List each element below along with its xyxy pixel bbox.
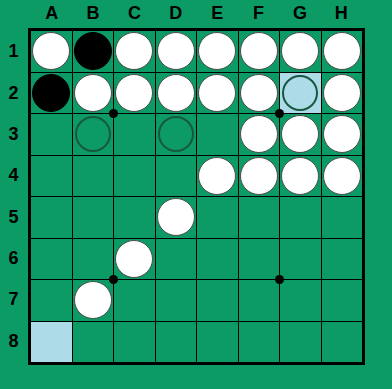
cell-E6[interactable]: [197, 239, 238, 280]
column-label-E: E: [197, 0, 238, 27]
cell-D6[interactable]: [156, 239, 197, 280]
row-label-7: 7: [0, 279, 27, 320]
cell-H4: [322, 156, 363, 197]
cell-B3[interactable]: [73, 114, 114, 155]
row-label-4: 4: [0, 155, 27, 196]
cell-B5[interactable]: [73, 197, 114, 238]
row-label-1: 1: [0, 31, 27, 72]
cell-G8[interactable]: [280, 322, 321, 363]
cell-C2: [114, 73, 155, 114]
star-point-bottom-left: [109, 275, 118, 284]
white-disc-H4: [323, 157, 361, 195]
white-disc-A1: [32, 32, 70, 70]
row-label-6: 6: [0, 238, 27, 279]
cell-B6[interactable]: [73, 239, 114, 280]
star-point-top-left: [109, 109, 118, 118]
cell-H7[interactable]: [322, 280, 363, 321]
cell-C6: [114, 239, 155, 280]
white-disc-E4: [198, 157, 236, 195]
black-disc-B1: [74, 32, 112, 70]
white-disc-C1: [115, 32, 153, 70]
cell-G2[interactable]: [280, 73, 321, 114]
white-disc-C2: [115, 74, 153, 112]
cell-G6[interactable]: [280, 239, 321, 280]
cell-H2: [322, 73, 363, 114]
cell-C3[interactable]: [114, 114, 155, 155]
column-labels: ABCDEFGH: [31, 0, 362, 27]
cell-H6[interactable]: [322, 239, 363, 280]
white-disc-D1: [157, 32, 195, 70]
cell-C7[interactable]: [114, 280, 155, 321]
white-disc-F2: [240, 74, 278, 112]
column-label-C: C: [114, 0, 155, 27]
cell-D4[interactable]: [156, 156, 197, 197]
cell-H5[interactable]: [322, 197, 363, 238]
cell-C8[interactable]: [114, 322, 155, 363]
cell-G1: [280, 31, 321, 72]
cell-G4: [280, 156, 321, 197]
cell-D8[interactable]: [156, 322, 197, 363]
cell-B4[interactable]: [73, 156, 114, 197]
cell-B1: [73, 31, 114, 72]
column-label-H: H: [321, 0, 362, 27]
cell-D5: [156, 197, 197, 238]
cell-G7[interactable]: [280, 280, 321, 321]
cell-A3[interactable]: [31, 114, 72, 155]
cell-E2: [197, 73, 238, 114]
white-disc-G3: [281, 115, 319, 153]
white-disc-D2: [157, 74, 195, 112]
cell-E1: [197, 31, 238, 72]
cell-G3: [280, 114, 321, 155]
cell-D3[interactable]: [156, 114, 197, 155]
white-disc-F1: [240, 32, 278, 70]
white-disc-E1: [198, 32, 236, 70]
cell-F8[interactable]: [239, 322, 280, 363]
star-point-top-right: [275, 109, 284, 118]
cell-F1: [239, 31, 280, 72]
cell-D1: [156, 31, 197, 72]
move-marker-ring-D3: [158, 116, 194, 152]
cell-C4[interactable]: [114, 156, 155, 197]
white-disc-F3: [240, 115, 278, 153]
white-disc-B7: [74, 281, 112, 319]
row-label-3: 3: [0, 114, 27, 155]
cell-B2: [73, 73, 114, 114]
cell-C1: [114, 31, 155, 72]
column-label-F: F: [238, 0, 279, 27]
cell-A1: [31, 31, 72, 72]
move-marker-ring-B3: [75, 116, 111, 152]
cell-F7[interactable]: [239, 280, 280, 321]
move-marker-ring-G2: [282, 75, 318, 111]
black-disc-A2: [32, 74, 70, 112]
cell-H3: [322, 114, 363, 155]
white-disc-G4: [281, 157, 319, 195]
row-label-8: 8: [0, 321, 27, 362]
cell-E8[interactable]: [197, 322, 238, 363]
cell-H1: [322, 31, 363, 72]
cell-D2: [156, 73, 197, 114]
white-disc-B2: [74, 74, 112, 112]
white-disc-H2: [323, 74, 361, 112]
white-disc-C6: [115, 240, 153, 278]
cell-F6[interactable]: [239, 239, 280, 280]
cell-E3[interactable]: [197, 114, 238, 155]
cell-A4[interactable]: [31, 156, 72, 197]
white-disc-H1: [323, 32, 361, 70]
cell-B8[interactable]: [73, 322, 114, 363]
column-label-D: D: [155, 0, 196, 27]
row-label-2: 2: [0, 72, 27, 113]
cell-C5[interactable]: [114, 197, 155, 238]
cell-E5[interactable]: [197, 197, 238, 238]
cell-A6[interactable]: [31, 239, 72, 280]
board: [28, 28, 365, 365]
cell-E7[interactable]: [197, 280, 238, 321]
cell-A2: [31, 73, 72, 114]
cell-G5[interactable]: [280, 197, 321, 238]
cell-E4: [197, 156, 238, 197]
cell-H8[interactable]: [322, 322, 363, 363]
star-point-bottom-right: [275, 275, 284, 284]
row-label-5: 5: [0, 197, 27, 238]
cell-F5[interactable]: [239, 197, 280, 238]
column-label-G: G: [279, 0, 320, 27]
board-area: [28, 28, 365, 365]
cell-F2: [239, 73, 280, 114]
column-label-A: A: [31, 0, 72, 27]
cell-F3: [239, 114, 280, 155]
row-labels: 12345678: [0, 31, 27, 362]
cell-A8[interactable]: [31, 322, 72, 363]
cell-A7[interactable]: [31, 280, 72, 321]
white-disc-D5: [157, 198, 195, 236]
column-label-B: B: [72, 0, 113, 27]
white-disc-F4: [240, 157, 278, 195]
cell-B7: [73, 280, 114, 321]
white-disc-H3: [323, 115, 361, 153]
cell-D7[interactable]: [156, 280, 197, 321]
white-disc-E2: [198, 74, 236, 112]
cell-A5[interactable]: [31, 197, 72, 238]
white-disc-G1: [281, 32, 319, 70]
cell-F4: [239, 156, 280, 197]
